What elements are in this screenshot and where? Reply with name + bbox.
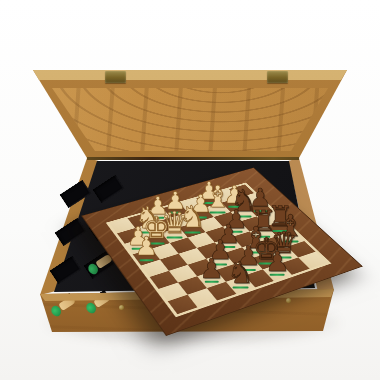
- black-pawn[interactable]: ♟: [199, 256, 224, 283]
- black-pawn[interactable]: ♟: [265, 249, 290, 276]
- brass-screw-left: [119, 305, 124, 310]
- white-pawn[interactable]: ♟: [135, 235, 158, 261]
- chess-box-scene: ♟♜♝♟♞♜♛♟♝♟♝♚♟♟♟♟♟♞♟♞♟♛♟♞♚♟♟: [0, 0, 380, 380]
- black-knight[interactable]: ♞: [227, 259, 254, 289]
- brass-screw-right: [286, 298, 291, 303]
- brass-hinge-right: [267, 71, 288, 83]
- brass-hinge-left: [105, 71, 126, 83]
